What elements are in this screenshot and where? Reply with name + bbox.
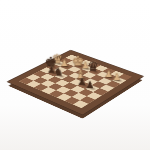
black-knight-piece: ♞ xyxy=(50,67,68,78)
chessboard-photo-scene: ♚♟♛♟♟♛♟♚♝♟♞♟♟ xyxy=(0,0,150,150)
white-pawn-piece: ♟ xyxy=(108,73,126,82)
black-pawn-piece: ♟ xyxy=(81,81,100,90)
